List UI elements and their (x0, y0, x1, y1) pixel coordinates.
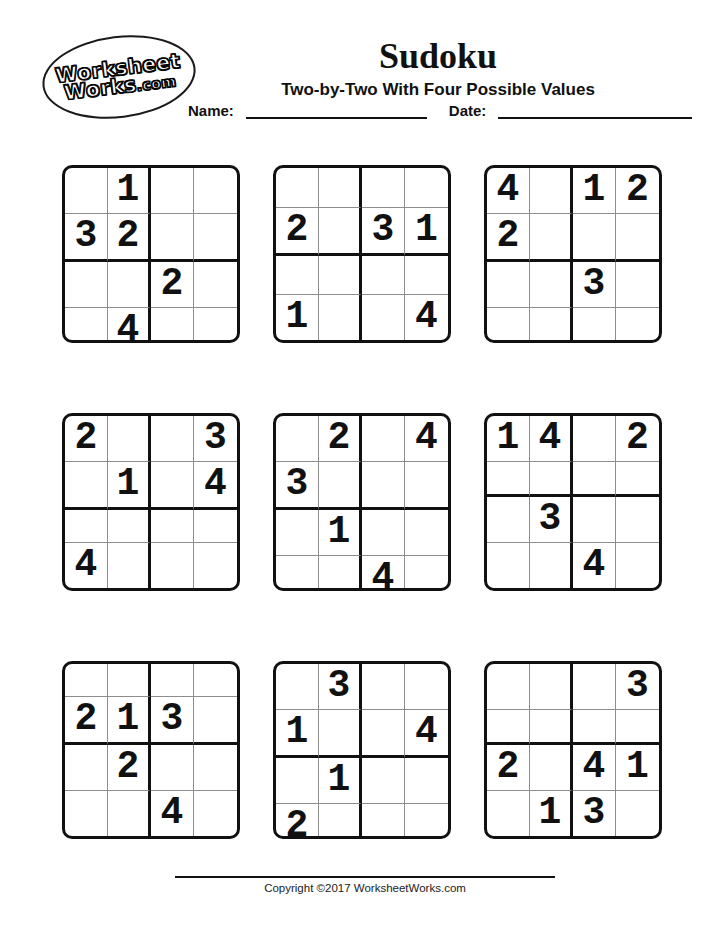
board9-cell-r3c4: 1 (616, 745, 659, 791)
page-title: Sudoku (200, 38, 676, 74)
board4-cell-r4c3[interactable] (151, 543, 194, 588)
board4-cell-r4c4[interactable] (194, 543, 237, 588)
board8-cell-r2c2[interactable] (319, 710, 362, 758)
board5-cell-r2c2[interactable] (319, 462, 362, 510)
board5-cell-r4c4[interactable] (405, 556, 448, 591)
board2-cell-r3c2[interactable] (319, 256, 362, 296)
board7-cell-r4c4[interactable] (194, 791, 237, 836)
board5-cell-r1c2: 2 (319, 416, 362, 462)
board4-cell-r3c2[interactable] (108, 510, 151, 543)
name-input-line[interactable] (246, 101, 427, 119)
board3-cell-r2c1: 2 (487, 214, 530, 262)
board8-cell-r1c2: 3 (319, 664, 362, 710)
board5-cell-r3c4[interactable] (405, 510, 448, 556)
board3-cell-r3c3: 3 (573, 262, 616, 308)
board5-cell-r4c3: 4 (362, 556, 405, 591)
board3-cell-r1c4: 2 (616, 168, 659, 214)
board5-cell-r2c1: 3 (276, 462, 319, 510)
board2-cell-r4c3[interactable] (362, 295, 405, 340)
board3-cell-r4c1[interactable] (487, 308, 530, 340)
board8-cell-r1c4[interactable] (405, 664, 448, 710)
board5-cell-r4c2[interactable] (319, 556, 362, 591)
logo-com-text: .com (136, 73, 177, 94)
board4-cell-r1c3[interactable] (151, 416, 194, 462)
board2-cell-r2c4: 1 (405, 208, 448, 256)
board2-cell-r3c4[interactable] (405, 256, 448, 296)
board7-cell-r1c2[interactable] (108, 664, 151, 697)
board8-cell-r2c4: 4 (405, 710, 448, 758)
board2-cell-r2c3: 3 (362, 208, 405, 256)
sudoku-board-4: 23144 (62, 413, 240, 591)
board1-cell-r2c4[interactable] (194, 214, 237, 262)
board8-cell-r2c1: 1 (276, 710, 319, 758)
sudoku-board-2: 23114 (273, 165, 451, 343)
board9-cell-r3c3: 4 (573, 745, 616, 791)
board1-cell-r4c1[interactable] (65, 308, 108, 343)
name-date-row: Name: Date: (188, 101, 692, 119)
board7-cell-r3c1[interactable] (65, 745, 108, 791)
board4-cell-r1c2[interactable] (108, 416, 151, 462)
sudoku-board-6: 14234 (484, 413, 662, 591)
header-title-block: Sudoku Two-by-Two With Four Possible Val… (200, 38, 676, 100)
board3-cell-r2c4[interactable] (616, 214, 659, 262)
sudoku-board-9: 324113 (484, 661, 662, 839)
board3-cell-r1c2[interactable] (530, 168, 573, 214)
board5-cell-r1c4: 4 (405, 416, 448, 462)
board8-cell-r4c3[interactable] (362, 804, 405, 839)
board4-cell-r2c3[interactable] (151, 462, 194, 510)
board5-cell-r2c3[interactable] (362, 462, 405, 510)
board4-cell-r4c1: 4 (65, 543, 108, 588)
board7-cell-r4c2[interactable] (108, 791, 151, 836)
board8-cell-r1c1[interactable] (276, 664, 319, 710)
board1-cell-r3c2[interactable] (108, 262, 151, 308)
page-subtitle: Two-by-Two With Four Possible Values (200, 80, 676, 100)
logo-oval-outline: Worksheet Works.com (38, 27, 201, 127)
board1-cell-r1c3[interactable] (151, 168, 194, 214)
board7-cell-r3c3[interactable] (151, 745, 194, 791)
board8-cell-r3c2: 1 (319, 758, 362, 804)
board8-cell-r1c3[interactable] (362, 664, 405, 710)
board2-cell-r1c3[interactable] (362, 168, 405, 208)
footer-divider-line (175, 876, 555, 878)
board6-cell-r3c1[interactable] (487, 497, 530, 543)
board2-cell-r2c2[interactable] (319, 208, 362, 256)
board8-cell-r3c4[interactable] (405, 758, 448, 804)
board9-cell-r4c4[interactable] (616, 791, 659, 836)
board1-cell-r4c4[interactable] (194, 308, 237, 343)
board4-cell-r3c1[interactable] (65, 510, 108, 543)
copyright-text: Copyright ©2017 WorksheetWorks.com (175, 882, 555, 894)
board1-cell-r4c3[interactable] (151, 308, 194, 343)
board5-cell-r3c2: 1 (319, 510, 362, 556)
board1-cell-r1c2: 1 (108, 168, 151, 214)
board6-cell-r2c2[interactable] (530, 462, 573, 497)
board2-cell-r1c4[interactable] (405, 168, 448, 208)
board3-cell-r1c1: 4 (487, 168, 530, 214)
board7-cell-r3c4[interactable] (194, 745, 237, 791)
board7-cell-r4c1[interactable] (65, 791, 108, 836)
board6-cell-r4c1[interactable] (487, 543, 530, 588)
board6-cell-r3c2: 3 (530, 497, 573, 543)
date-label: Date: (449, 102, 487, 119)
board7-cell-r2c3: 3 (151, 697, 194, 745)
board7-cell-r4c3: 4 (151, 791, 194, 836)
board5-cell-r3c3[interactable] (362, 510, 405, 556)
board1-cell-r2c3[interactable] (151, 214, 194, 262)
board6-cell-r1c4: 2 (616, 416, 659, 462)
date-input-line[interactable] (498, 101, 692, 119)
board8-cell-r4c4[interactable] (405, 804, 448, 839)
board6-cell-r3c3[interactable] (573, 497, 616, 543)
board8-cell-r2c3[interactable] (362, 710, 405, 758)
board3-cell-r3c1[interactable] (487, 262, 530, 308)
board6-cell-r2c3[interactable] (573, 462, 616, 497)
board9-cell-r2c4[interactable] (616, 710, 659, 745)
board3-cell-r4c2[interactable] (530, 308, 573, 340)
board8-cell-r4c2[interactable] (319, 804, 362, 839)
board2-cell-r4c2[interactable] (319, 295, 362, 340)
board2-cell-r1c2[interactable] (319, 168, 362, 208)
board3-cell-r3c4[interactable] (616, 262, 659, 308)
board3-cell-r2c2[interactable] (530, 214, 573, 262)
board5-cell-r3c1[interactable] (276, 510, 319, 556)
board4-cell-r1c4: 3 (194, 416, 237, 462)
board9-cell-r2c2[interactable] (530, 710, 573, 745)
board6-cell-r2c1[interactable] (487, 462, 530, 497)
board9-cell-r1c3[interactable] (573, 664, 616, 710)
board9-cell-r2c3[interactable] (573, 710, 616, 745)
board4-cell-r1c1: 2 (65, 416, 108, 462)
board4-cell-r3c3[interactable] (151, 510, 194, 543)
board1-cell-r3c1[interactable] (65, 262, 108, 308)
board2-cell-r3c3[interactable] (362, 256, 405, 296)
board5-cell-r1c3[interactable] (362, 416, 405, 462)
board1-cell-r1c1[interactable] (65, 168, 108, 214)
name-label: Name: (188, 102, 234, 119)
board6-cell-r1c2: 4 (530, 416, 573, 462)
board7-cell-r1c4[interactable] (194, 664, 237, 697)
board5-cell-r4c1[interactable] (276, 556, 319, 591)
board8-cell-r3c3[interactable] (362, 758, 405, 804)
board9-cell-r1c4: 3 (616, 664, 659, 710)
board6-cell-r1c3[interactable] (573, 416, 616, 462)
board5-cell-r2c4[interactable] (405, 462, 448, 510)
board3-cell-r2c3[interactable] (573, 214, 616, 262)
sudoku-worksheet-page: { "game": "sudoku", "variant": "4x4 grid… (0, 0, 728, 942)
sudoku-board-8: 31412 (273, 661, 451, 839)
board6-cell-r4c3: 4 (573, 543, 616, 588)
board7-cell-r1c3[interactable] (151, 664, 194, 697)
board4-cell-r2c1[interactable] (65, 462, 108, 510)
board1-cell-r1c4[interactable] (194, 168, 237, 214)
board7-cell-r2c4[interactable] (194, 697, 237, 745)
board2-cell-r4c1: 1 (276, 295, 319, 340)
board1-cell-r3c4[interactable] (194, 262, 237, 308)
board6-cell-r1c1: 1 (487, 416, 530, 462)
board2-cell-r4c4: 4 (405, 295, 448, 340)
board9-cell-r4c3: 3 (573, 791, 616, 836)
board7-cell-r1c1[interactable] (65, 664, 108, 697)
board6-cell-r4c2[interactable] (530, 543, 573, 588)
sudoku-board-7: 21324 (62, 661, 240, 839)
board9-cell-r2c1[interactable] (487, 710, 530, 745)
board8-cell-r3c1[interactable] (276, 758, 319, 804)
board6-cell-r3c4[interactable] (616, 497, 659, 543)
board3-cell-r1c3: 1 (573, 168, 616, 214)
board3-cell-r4c4[interactable] (616, 308, 659, 340)
sudoku-board-5: 24314 (273, 413, 451, 591)
board9-cell-r4c2: 1 (530, 791, 573, 836)
board9-cell-r1c2[interactable] (530, 664, 573, 710)
board9-cell-r1c1[interactable] (487, 664, 530, 710)
puzzle-grid-area: 1322423114412232314424314142342132431412… (62, 165, 662, 839)
board4-cell-r4c2[interactable] (108, 543, 151, 588)
board2-cell-r2c1: 2 (276, 208, 319, 256)
board4-cell-r3c4[interactable] (194, 510, 237, 543)
board1-cell-r3c3: 2 (151, 262, 194, 308)
board9-cell-r4c1[interactable] (487, 791, 530, 836)
worksheetworks-logo: Worksheet Works.com (42, 36, 196, 118)
board4-cell-r2c4: 4 (194, 462, 237, 510)
sudoku-board-1: 13224 (62, 165, 240, 343)
board7-cell-r3c2: 2 (108, 745, 151, 791)
board6-cell-r2c4[interactable] (616, 462, 659, 497)
board8-cell-r4c1: 2 (276, 804, 319, 839)
board9-cell-r3c1: 2 (487, 745, 530, 791)
board3-cell-r3c2[interactable] (530, 262, 573, 308)
board3-cell-r4c3[interactable] (573, 308, 616, 340)
board1-cell-r2c2: 2 (108, 214, 151, 262)
board2-cell-r1c1[interactable] (276, 168, 319, 208)
board1-cell-r4c2: 4 (108, 308, 151, 343)
sudoku-board-3: 41223 (484, 165, 662, 343)
board7-cell-r2c1: 2 (65, 697, 108, 745)
board1-cell-r2c1: 3 (65, 214, 108, 262)
board5-cell-r1c1[interactable] (276, 416, 319, 462)
board2-cell-r3c1[interactable] (276, 256, 319, 296)
board6-cell-r4c4[interactable] (616, 543, 659, 588)
board4-cell-r2c2: 1 (108, 462, 151, 510)
board9-cell-r3c2[interactable] (530, 745, 573, 791)
board7-cell-r2c2: 1 (108, 697, 151, 745)
